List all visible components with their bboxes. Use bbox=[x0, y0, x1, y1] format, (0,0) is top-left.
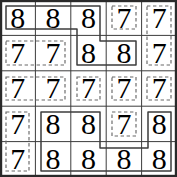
cell-r1c1: 8 bbox=[0, 0, 35, 35]
cell-r5c4: 8 bbox=[106, 142, 141, 177]
cell-r4c4: 7 bbox=[106, 106, 141, 141]
cell-r2c4: 8 bbox=[106, 35, 141, 70]
cell-r4c3: 8 bbox=[71, 106, 106, 141]
cell-r1c3: 8 bbox=[71, 0, 106, 35]
cell-r3c5: 7 bbox=[142, 71, 177, 106]
cell-r3c4: 7 bbox=[106, 71, 141, 106]
cell-r2c5: 7 bbox=[142, 35, 177, 70]
cell-r1c4: 7 bbox=[106, 0, 141, 35]
cell-r2c1: 7 bbox=[0, 35, 35, 70]
cell-r1c2: 8 bbox=[35, 0, 70, 35]
cell-r5c1: 7 bbox=[0, 142, 35, 177]
cell-r4c1: 7 bbox=[0, 106, 35, 141]
cell-r2c2: 7 bbox=[35, 35, 70, 70]
cell-r3c1: 7 bbox=[0, 71, 35, 106]
puzzle-board: 8887777887777777887878888 bbox=[0, 0, 177, 177]
digit-grid: 8887777887777777887878888 bbox=[0, 0, 177, 177]
cell-r2c3: 8 bbox=[71, 35, 106, 70]
cell-r4c2: 8 bbox=[35, 106, 70, 141]
cell-r3c3: 7 bbox=[71, 71, 106, 106]
cell-r5c5: 8 bbox=[142, 142, 177, 177]
cell-r3c2: 7 bbox=[35, 71, 70, 106]
cell-r4c5: 8 bbox=[142, 106, 177, 141]
cell-r5c2: 8 bbox=[35, 142, 70, 177]
cell-r5c3: 8 bbox=[71, 142, 106, 177]
cell-r1c5: 7 bbox=[142, 0, 177, 35]
